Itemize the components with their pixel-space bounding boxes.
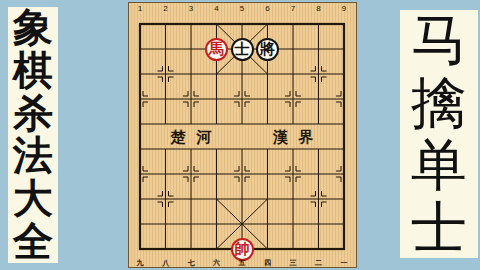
xiangqi-board: 123456789 楚河漢界 馬士將帥 九八七六五四三二一 — [128, 2, 357, 268]
title-char: 大 — [13, 179, 53, 219]
title-char: 全 — [13, 222, 53, 262]
piece-red-horse[interactable]: 馬 — [205, 38, 228, 61]
right-title-panel: 马擒单士 — [400, 10, 478, 258]
pieces-layer: 馬士將帥 — [127, 12, 357, 262]
title-char: 棋 — [13, 51, 53, 91]
title-char: 杀 — [13, 94, 53, 134]
title-char: 擒 — [411, 75, 467, 131]
title-char: 单 — [411, 137, 467, 193]
piece-red-general[interactable]: 帥 — [231, 238, 254, 261]
screen: 象棋杀法大全 123456789 楚河漢界 馬士將帥 九八七六五四三二一 马擒单… — [0, 0, 480, 270]
title-char: 象 — [13, 8, 53, 48]
title-char: 马 — [411, 12, 467, 68]
title-char: 法 — [13, 136, 53, 176]
piece-black-general[interactable]: 將 — [256, 38, 279, 61]
title-char: 士 — [411, 200, 467, 256]
left-title-panel: 象棋杀法大全 — [8, 7, 58, 263]
piece-black-advisor[interactable]: 士 — [231, 38, 254, 61]
